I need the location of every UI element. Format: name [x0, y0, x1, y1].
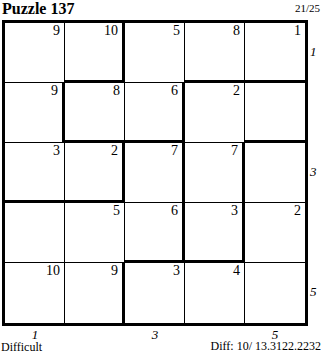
grid-cell-r1c3[interactable]: 5 — [125, 23, 185, 83]
column-coordinate-label: 3 — [152, 328, 159, 341]
column-coordinate-label: 1 — [32, 328, 39, 341]
grid-cell-r2c3[interactable]: 6 — [125, 83, 185, 143]
cell-clue: 6 — [171, 204, 178, 218]
cell-clue: 2 — [294, 204, 301, 218]
cell-clue: 2 — [233, 84, 240, 98]
grid-cell-r1c5[interactable]: 1 — [245, 23, 305, 83]
grid-cell-r4c4[interactable]: 3 — [185, 203, 245, 263]
cell-clue: 3 — [231, 204, 238, 218]
grid-cell-r4c2[interactable]: 5 — [65, 203, 125, 263]
cell-clue: 8 — [113, 84, 120, 98]
row-coordinate-label: 5 — [310, 285, 321, 298]
cell-clue: 3 — [53, 144, 60, 158]
grid-cell-r1c1[interactable]: 9 — [5, 23, 65, 83]
row-coordinate-label: 3 — [310, 165, 321, 178]
cell-clue: 3 — [173, 264, 180, 278]
cell-clue: 2 — [111, 144, 118, 158]
grid-cell-r5c4[interactable]: 4 — [185, 263, 245, 323]
cell-clue: 10 — [46, 264, 60, 278]
grid-cell-r2c5[interactable] — [245, 83, 305, 143]
column-coordinate-label: 5 — [272, 328, 279, 341]
grid-cell-r4c5[interactable]: 2 — [245, 203, 305, 263]
cell-clue: 9 — [111, 264, 118, 278]
puzzle-page: Puzzle 137 21/25 91058198623277563210934… — [0, 0, 321, 354]
grid-cell-r5c3[interactable]: 3 — [125, 263, 185, 323]
grid-cell-r5c5[interactable] — [245, 263, 305, 323]
grid-cell-r3c5[interactable] — [245, 143, 305, 203]
cell-clue: 5 — [113, 204, 120, 218]
cell-clue: 1 — [294, 24, 301, 38]
grid-cell-r3c1[interactable]: 3 — [5, 143, 65, 203]
grid-cell-r3c2[interactable]: 2 — [65, 143, 125, 203]
puzzle-title: Puzzle 137 — [2, 0, 74, 18]
cell-clue: 9 — [53, 24, 60, 38]
cell-clue: 5 — [173, 24, 180, 38]
cell-clue: 6 — [171, 84, 178, 98]
diff-score: Diff: 10/ 13.3122.2232 — [211, 339, 321, 354]
grid-cell-r2c1[interactable]: 9 — [5, 83, 65, 143]
grid-cell-r4c1[interactable] — [5, 203, 65, 263]
cell-clue: 7 — [171, 144, 178, 158]
page-indicator: 21/25 — [295, 2, 320, 14]
grid-cell-r5c1[interactable]: 10 — [5, 263, 65, 323]
grid-cell-r3c4[interactable]: 7 — [185, 143, 245, 203]
grid-cell-r2c2[interactable]: 8 — [65, 83, 125, 143]
cell-clue: 4 — [233, 264, 240, 278]
grid-cell-r3c3[interactable]: 7 — [125, 143, 185, 203]
row-coordinate-label: 1 — [310, 45, 321, 58]
grid-cell-r1c2[interactable]: 10 — [65, 23, 125, 83]
grid-cell-r1c4[interactable]: 8 — [185, 23, 245, 83]
cell-clue: 7 — [231, 144, 238, 158]
cell-clue: 10 — [104, 24, 118, 38]
cell-clue: 9 — [51, 84, 58, 98]
grid-cell-r2c4[interactable]: 2 — [185, 83, 245, 143]
cell-clue: 8 — [233, 24, 240, 38]
difficulty-label: Difficult — [1, 340, 42, 354]
grid-cell-r5c2[interactable]: 9 — [65, 263, 125, 323]
puzzle-board: 91058198623277563210934 — [2, 20, 308, 326]
grid-cell-r4c3[interactable]: 6 — [125, 203, 185, 263]
